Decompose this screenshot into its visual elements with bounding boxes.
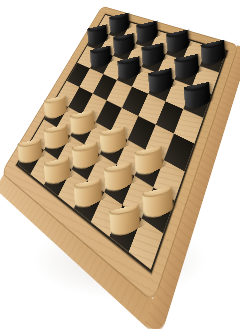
black-piece-cylinder — [200, 39, 225, 66]
dark-square — [200, 46, 226, 72]
black-piece-cylinder — [141, 42, 165, 67]
black-piece-cylinder — [166, 29, 190, 54]
wood-piece-cylinder — [44, 95, 68, 120]
product-photo — [0, 0, 240, 329]
wood-piece-cylinder — [18, 138, 43, 165]
wood-piece-cylinder — [70, 110, 95, 137]
black-piece-cylinder — [113, 33, 135, 56]
wood-piece-cylinder — [44, 124, 69, 151]
dark-square — [44, 127, 70, 159]
black-piece-cylinder — [174, 53, 199, 80]
black-piece-cylinder — [183, 81, 210, 110]
dark-square — [142, 188, 175, 234]
black-piece-cylinder — [148, 67, 173, 94]
